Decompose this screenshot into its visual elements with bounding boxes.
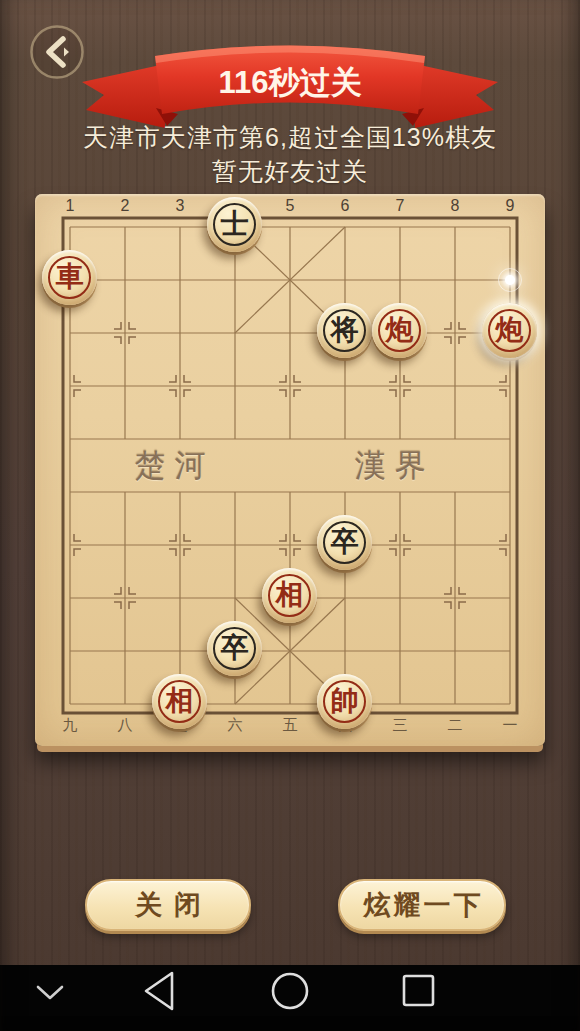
close-button[interactable]: 关闭 bbox=[85, 879, 251, 931]
brag-button[interactable]: 炫耀一下 bbox=[338, 879, 506, 931]
banner-text: 116秒过关 bbox=[218, 65, 361, 100]
game-result-screen: 116秒过关 天津市天津市第6,超过全国13%棋友 暂无好友过关 1234567… bbox=[0, 0, 580, 1031]
piece-red-general[interactable]: 帥 bbox=[317, 674, 372, 729]
back-button-circle bbox=[32, 27, 83, 78]
board-grid: 士車将炮炮卒相卒相帥 bbox=[42, 200, 537, 730]
piece-glyph: 帥 bbox=[331, 687, 359, 715]
nav-recents-button[interactable] bbox=[373, 965, 463, 1031]
back-button[interactable] bbox=[29, 24, 85, 80]
piece-ring: 士 bbox=[213, 203, 256, 246]
result-ribbon: 116秒过关 bbox=[70, 30, 510, 130]
piece-ring: 炮 bbox=[488, 309, 531, 352]
piece-glyph: 相 bbox=[276, 581, 304, 609]
piece-glyph: 士 bbox=[221, 210, 249, 238]
piece-ring: 卒 bbox=[323, 521, 366, 564]
xiangqi-board[interactable]: 123456789 九八七六五四三二一 楚河 漢界 士車将炮炮卒相卒相帥 bbox=[35, 194, 545, 746]
piece-ring: 相 bbox=[158, 680, 201, 723]
ribbon-right-tail bbox=[415, 64, 498, 128]
piece-ring: 車 bbox=[48, 256, 91, 299]
piece-red-elephant[interactable]: 相 bbox=[262, 568, 317, 623]
piece-ring: 卒 bbox=[213, 627, 256, 670]
piece-glyph: 車 bbox=[56, 263, 84, 291]
piece-ring: 帥 bbox=[323, 680, 366, 723]
piece-glyph: 卒 bbox=[221, 634, 249, 662]
friends-status-text: 暂无好友过关 bbox=[0, 155, 580, 188]
piece-red-cannon[interactable]: 炮 bbox=[372, 303, 427, 358]
ribbon-left-tail bbox=[82, 64, 165, 128]
piece-black-pawn[interactable]: 卒 bbox=[317, 515, 372, 570]
rank-summary-text: 天津市天津市第6,超过全国13%棋友 bbox=[0, 121, 580, 154]
piece-black-advisor[interactable]: 士 bbox=[207, 197, 262, 252]
piece-red-elephant[interactable]: 相 bbox=[152, 674, 207, 729]
android-nav-bar bbox=[0, 965, 580, 1031]
piece-glyph: 相 bbox=[166, 687, 194, 715]
nav-hide-button[interactable] bbox=[5, 965, 95, 1031]
piece-ring: 相 bbox=[268, 574, 311, 617]
nav-back-button[interactable] bbox=[115, 965, 205, 1031]
piece-glyph: 将 bbox=[331, 316, 359, 344]
piece-glyph: 炮 bbox=[496, 316, 524, 344]
nav-home-button[interactable] bbox=[245, 965, 335, 1031]
piece-black-general[interactable]: 将 bbox=[317, 303, 372, 358]
last-move-marker bbox=[505, 275, 515, 285]
piece-red-cannon[interactable]: 炮 bbox=[482, 303, 537, 358]
piece-ring: 将 bbox=[323, 309, 366, 352]
piece-glyph: 炮 bbox=[386, 316, 414, 344]
piece-red-chariot[interactable]: 車 bbox=[42, 250, 97, 305]
piece-ring: 炮 bbox=[378, 309, 421, 352]
piece-black-pawn[interactable]: 卒 bbox=[207, 621, 262, 676]
piece-glyph: 卒 bbox=[331, 528, 359, 556]
